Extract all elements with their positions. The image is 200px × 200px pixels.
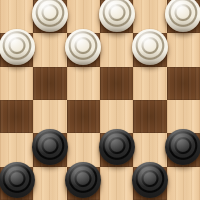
square-r5c1[interactable] [33, 167, 66, 200]
square-r2c0[interactable] [0, 67, 33, 100]
black-checker-piece[interactable] [165, 129, 200, 165]
black-checker-piece[interactable] [32, 129, 68, 165]
square-r2c4[interactable] [133, 67, 166, 100]
square-r1c2[interactable] [67, 33, 100, 66]
black-checker-piece[interactable] [0, 162, 35, 198]
checkers-board [0, 0, 200, 200]
square-r5c0[interactable] [0, 167, 33, 200]
black-checker-piece[interactable] [132, 162, 168, 198]
square-r3c0[interactable] [0, 100, 33, 133]
square-r1c4[interactable] [133, 33, 166, 66]
square-r5c4[interactable] [133, 167, 166, 200]
square-r4c3[interactable] [100, 133, 133, 166]
square-r1c0[interactable] [0, 33, 33, 66]
white-checker-piece[interactable] [99, 0, 135, 32]
square-r1c1[interactable] [33, 33, 66, 66]
square-r2c5[interactable] [167, 67, 200, 100]
square-r0c3[interactable] [100, 0, 133, 33]
square-r4c5[interactable] [167, 133, 200, 166]
square-r3c2[interactable] [67, 100, 100, 133]
square-r3c4[interactable] [133, 100, 166, 133]
white-checker-piece[interactable] [0, 29, 35, 65]
square-r1c3[interactable] [100, 33, 133, 66]
square-r5c5[interactable] [167, 167, 200, 200]
white-checker-piece[interactable] [65, 29, 101, 65]
square-r5c2[interactable] [67, 167, 100, 200]
square-r0c1[interactable] [33, 0, 66, 33]
white-checker-piece[interactable] [32, 0, 68, 32]
square-r2c3[interactable] [100, 67, 133, 100]
square-r2c1[interactable] [33, 67, 66, 100]
square-r2c2[interactable] [67, 67, 100, 100]
square-r4c1[interactable] [33, 133, 66, 166]
black-checker-piece[interactable] [99, 129, 135, 165]
square-r5c3[interactable] [100, 167, 133, 200]
square-r0c5[interactable] [167, 0, 200, 33]
black-checker-piece[interactable] [65, 162, 101, 198]
white-checker-piece[interactable] [165, 0, 200, 32]
white-checker-piece[interactable] [132, 29, 168, 65]
square-r1c5[interactable] [167, 33, 200, 66]
